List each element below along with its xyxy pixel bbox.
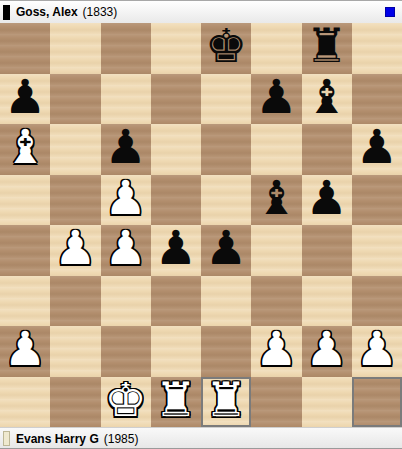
- square-h7[interactable]: [352, 74, 402, 125]
- square-d4[interactable]: ♟: [151, 225, 201, 276]
- white-pawn[interactable]: ♟: [54, 225, 96, 273]
- square-e2[interactable]: [201, 326, 251, 377]
- square-h4[interactable]: [352, 225, 402, 276]
- square-a1[interactable]: [0, 377, 50, 428]
- white-pawn[interactable]: ♟: [356, 326, 398, 374]
- square-d8[interactable]: [151, 23, 201, 74]
- square-a5[interactable]: [0, 175, 50, 226]
- black-pawn[interactable]: ♟: [4, 74, 46, 122]
- square-e5[interactable]: [201, 175, 251, 226]
- square-e4[interactable]: ♟: [201, 225, 251, 276]
- black-pawn[interactable]: ♟: [155, 225, 197, 273]
- square-h2[interactable]: ♟: [352, 326, 402, 377]
- square-h3[interactable]: [352, 276, 402, 327]
- square-f3[interactable]: [251, 276, 301, 327]
- square-g2[interactable]: ♟: [302, 326, 352, 377]
- square-b8[interactable]: [50, 23, 100, 74]
- black-side-icon: [3, 5, 10, 20]
- square-d1[interactable]: ♜: [151, 377, 201, 428]
- black-bishop[interactable]: ♝: [306, 74, 348, 122]
- chess-board[interactable]: ♚♜♟♟♝♝♟♟♟♝♟♟♟♟♟♟♟♟♟♚♜♜: [0, 23, 402, 427]
- square-c4[interactable]: ♟: [101, 225, 151, 276]
- square-d5[interactable]: [151, 175, 201, 226]
- white-pawn[interactable]: ♟: [105, 225, 147, 273]
- square-f5[interactable]: ♝: [251, 175, 301, 226]
- white-bishop[interactable]: ♝: [4, 124, 46, 172]
- square-f8[interactable]: [251, 23, 301, 74]
- white-pawn[interactable]: ♟: [4, 326, 46, 374]
- square-c7[interactable]: [101, 74, 151, 125]
- square-e6[interactable]: [201, 124, 251, 175]
- white-pawn[interactable]: ♟: [255, 326, 297, 374]
- square-d7[interactable]: [151, 74, 201, 125]
- square-f4[interactable]: [251, 225, 301, 276]
- square-f7[interactable]: ♟: [251, 74, 301, 125]
- black-pawn[interactable]: ♟: [356, 124, 398, 172]
- black-rook[interactable]: ♜: [306, 23, 348, 71]
- bottom-player-rating: (1985): [104, 432, 139, 446]
- black-pawn[interactable]: ♟: [105, 124, 147, 172]
- square-a2[interactable]: ♟: [0, 326, 50, 377]
- square-g1[interactable]: [302, 377, 352, 428]
- square-f1[interactable]: [251, 377, 301, 428]
- square-c5[interactable]: ♟: [101, 175, 151, 226]
- black-bishop[interactable]: ♝: [255, 175, 297, 223]
- bottom-player-bar: Evans Harry G (1985): [0, 427, 402, 449]
- top-player-rating: (1833): [83, 5, 118, 19]
- black-pawn[interactable]: ♟: [306, 175, 348, 223]
- square-b4[interactable]: ♟: [50, 225, 100, 276]
- square-e7[interactable]: [201, 74, 251, 125]
- square-g4[interactable]: [302, 225, 352, 276]
- square-c8[interactable]: [101, 23, 151, 74]
- top-player-bar: Goss, Alex (1833): [0, 0, 402, 23]
- square-a4[interactable]: [0, 225, 50, 276]
- square-a6[interactable]: ♝: [0, 124, 50, 175]
- square-h8[interactable]: [352, 23, 402, 74]
- white-pawn[interactable]: ♟: [306, 326, 348, 374]
- square-h5[interactable]: [352, 175, 402, 226]
- square-g5[interactable]: ♟: [302, 175, 352, 226]
- square-d2[interactable]: [151, 326, 201, 377]
- white-pawn[interactable]: ♟: [105, 175, 147, 223]
- square-e8[interactable]: ♚: [201, 23, 251, 74]
- square-g8[interactable]: ♜: [302, 23, 352, 74]
- chess-game-window: Goss, Alex (1833) ♚♜♟♟♝♝♟♟♟♝♟♟♟♟♟♟♟♟♟♚♜♜…: [0, 0, 402, 449]
- square-c2[interactable]: [101, 326, 151, 377]
- square-g3[interactable]: [302, 276, 352, 327]
- square-a3[interactable]: [0, 276, 50, 327]
- white-side-icon: [3, 431, 10, 446]
- square-c6[interactable]: ♟: [101, 124, 151, 175]
- square-e3[interactable]: [201, 276, 251, 327]
- white-rook[interactable]: ♜: [155, 377, 197, 425]
- square-b2[interactable]: [50, 326, 100, 377]
- square-h1[interactable]: [352, 377, 402, 428]
- white-king[interactable]: ♚: [105, 377, 147, 425]
- square-b5[interactable]: [50, 175, 100, 226]
- square-c1[interactable]: ♚: [101, 377, 151, 428]
- square-b3[interactable]: [50, 276, 100, 327]
- white-rook[interactable]: ♜: [205, 377, 247, 425]
- black-king[interactable]: ♚: [205, 23, 247, 71]
- square-f6[interactable]: [251, 124, 301, 175]
- square-c3[interactable]: [101, 276, 151, 327]
- square-g7[interactable]: ♝: [302, 74, 352, 125]
- square-g6[interactable]: [302, 124, 352, 175]
- black-pawn[interactable]: ♟: [205, 225, 247, 273]
- square-b6[interactable]: [50, 124, 100, 175]
- square-h6[interactable]: ♟: [352, 124, 402, 175]
- square-d3[interactable]: [151, 276, 201, 327]
- square-b7[interactable]: [50, 74, 100, 125]
- square-f2[interactable]: ♟: [251, 326, 301, 377]
- square-d6[interactable]: [151, 124, 201, 175]
- black-pawn[interactable]: ♟: [255, 74, 297, 122]
- top-player-name: Goss, Alex: [16, 5, 78, 19]
- engine-status-icon: [385, 7, 395, 17]
- square-b1[interactable]: [50, 377, 100, 428]
- bottom-player-name: Evans Harry G: [16, 432, 99, 446]
- square-a7[interactable]: ♟: [0, 74, 50, 125]
- square-e1[interactable]: ♜: [201, 377, 251, 428]
- square-a8[interactable]: [0, 23, 50, 74]
